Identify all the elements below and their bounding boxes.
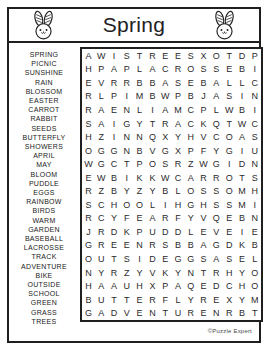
grid-cell-r19c4[interactable]: T [120, 293, 133, 307]
grid-cell-r4c3[interactable]: P [108, 90, 121, 104]
grid-cell-r13c10[interactable]: V [197, 212, 210, 226]
word-list-item: TRACK [9, 252, 79, 261]
grid-cell-r3c14[interactable]: C [248, 76, 261, 90]
grid-cell-r7c12[interactable]: O [223, 130, 236, 144]
grid-cell-r16c12[interactable]: S [223, 252, 236, 266]
word-list-item: APRIL [9, 151, 79, 160]
grid-cell-r15c5[interactable]: N [133, 239, 146, 253]
grid-cell-r13c14[interactable]: N [248, 212, 261, 226]
grid-cell-r17c10[interactable]: T [197, 266, 210, 280]
grid-cell-r15c11[interactable]: G [210, 239, 223, 253]
grid-cell-r18c3[interactable]: A [108, 279, 121, 293]
grid-cell-r3c1[interactable]: E [82, 76, 95, 90]
word-list-item: TREES [9, 317, 79, 326]
grid-cell-r16c5[interactable]: I [133, 252, 146, 266]
grid-cell-r19c14[interactable]: M [248, 293, 261, 307]
grid-cell-r8c12[interactable]: G [223, 144, 236, 158]
grid-cell-r8c11[interactable]: Y [210, 144, 223, 158]
grid-cell-r1c1[interactable]: A [82, 49, 95, 63]
grid-cell-r5c12[interactable]: W [223, 103, 236, 117]
grid-cell-r19c7[interactable]: F [159, 293, 172, 307]
grid-cell-r10c10[interactable]: R [197, 171, 210, 185]
grid-cell-r14c6[interactable]: U [146, 225, 159, 239]
grid-cell-r11c5[interactable]: Z [133, 184, 146, 198]
grid-cell-r14c8[interactable]: D [172, 225, 185, 239]
grid-cell-r12c13[interactable]: M [236, 198, 249, 212]
grid-cell-r15c9[interactable]: B [184, 239, 197, 253]
grid-cell-r20c4[interactable]: V [120, 306, 133, 320]
grid-cell-r19c5[interactable]: E [133, 293, 146, 307]
grid-cell-r3c2[interactable]: V [95, 76, 108, 90]
word-list-item: BIRDS [9, 206, 79, 215]
grid-cell-r11c6[interactable]: Y [146, 184, 159, 198]
grid-cell-r8c13[interactable]: I [236, 144, 249, 158]
grid-cell-r8c5[interactable]: B [133, 144, 146, 158]
grid-cell-r5c9[interactable]: C [184, 103, 197, 117]
grid-cell-r12c12[interactable]: S [223, 198, 236, 212]
grid-cell-r6c10[interactable]: K [197, 117, 210, 131]
grid-cell-r20c12[interactable]: R [223, 306, 236, 320]
grid-cell-r2c8[interactable]: R [172, 63, 185, 77]
grid-cell-r12c14[interactable]: I [248, 198, 261, 212]
grid-cell-r10c3[interactable]: B [108, 171, 121, 185]
grid-cell-r4c13[interactable]: I [236, 90, 249, 104]
grid-cell-r7c10[interactable]: V [197, 130, 210, 144]
grid-cell-r4c2[interactable]: L [95, 90, 108, 104]
grid-cell-r14c14[interactable]: E [248, 225, 261, 239]
grid-cell-r2c2[interactable]: P [95, 63, 108, 77]
grid-cell-r4c10[interactable]: J [197, 90, 210, 104]
bunny-icon [29, 10, 58, 41]
grid-cell-r19c12[interactable]: X [223, 293, 236, 307]
grid-cell-r20c3[interactable]: D [108, 306, 121, 320]
grid-cell-r10c5[interactable]: K [133, 171, 146, 185]
grid-cell-r10c13[interactable]: T [236, 171, 249, 185]
grid-cell-r11c11[interactable]: S [210, 184, 223, 198]
grid-cell-r20c10[interactable]: E [197, 306, 210, 320]
grid-cell-r20c2[interactable]: A [95, 306, 108, 320]
grid-cell-r17c5[interactable]: Y [133, 266, 146, 280]
grid-cell-r11c9[interactable]: O [184, 184, 197, 198]
grid-cell-r10c11[interactable]: R [210, 171, 223, 185]
grid-cell-r1c8[interactable]: E [172, 49, 185, 63]
grid-cell-r19c1[interactable]: B [82, 293, 95, 307]
grid-cell-r17c12[interactable]: H [223, 266, 236, 280]
grid-cell-r13c13[interactable]: B [236, 212, 249, 226]
grid-cell-r18c4[interactable]: U [120, 279, 133, 293]
grid-cell-r1c4[interactable]: S [120, 49, 133, 63]
grid-cell-r18c12[interactable]: C [223, 279, 236, 293]
grid-cell-r16c4[interactable]: S [120, 252, 133, 266]
grid-cell-r4c8[interactable]: P [172, 90, 185, 104]
grid-cell-r4c6[interactable]: B [146, 90, 159, 104]
grid-cell-r15c14[interactable]: B [248, 239, 261, 253]
grid-cell-r2c14[interactable]: I [248, 63, 261, 77]
grid-cell-r8c8[interactable]: X [172, 144, 185, 158]
word-list-item: MAY [9, 160, 79, 169]
grid-cell-r19c6[interactable]: R [146, 293, 159, 307]
grid-cell-r3c4[interactable]: R [120, 76, 133, 90]
grid-cell-r14c7[interactable]: D [159, 225, 172, 239]
grid-cell-r2c11[interactable]: S [210, 63, 223, 77]
grid-cell-r3c13[interactable]: L [236, 76, 249, 90]
grid-cell-r9c14[interactable]: N [248, 157, 261, 171]
grid-cell-r19c2[interactable]: U [95, 293, 108, 307]
grid-cell-r12c6[interactable]: L [146, 198, 159, 212]
grid-cell-r18c5[interactable]: H [133, 279, 146, 293]
grid-cell-r1c10[interactable]: X [197, 49, 210, 63]
grid-cell-r11c13[interactable]: M [236, 184, 249, 198]
grid-cell-r11c7[interactable]: B [159, 184, 172, 198]
grid-cell-r4c4[interactable]: I [120, 90, 133, 104]
grid-cell-r12c5[interactable]: O [133, 198, 146, 212]
grid-cell-r11c3[interactable]: B [108, 184, 121, 198]
grid-cell-r18c10[interactable]: E [197, 279, 210, 293]
grid-cell-r13c6[interactable]: A [146, 212, 159, 226]
grid-cell-r20c5[interactable]: E [133, 306, 146, 320]
grid-cell-r13c8[interactable]: F [172, 212, 185, 226]
grid-cell-r10c6[interactable]: K [146, 171, 159, 185]
grid-cell-r4c12[interactable]: S [223, 90, 236, 104]
grid-cell-r16c10[interactable]: S [197, 252, 210, 266]
grid-cell-r17c3[interactable]: R [108, 266, 121, 280]
grid-cell-r18c9[interactable]: Q [184, 279, 197, 293]
grid-cell-r9c2[interactable]: G [95, 157, 108, 171]
word-list-item: RABBIT [9, 114, 79, 123]
grid-cell-r5c14[interactable]: I [248, 103, 261, 117]
grid-cell-r5c2[interactable]: A [95, 103, 108, 117]
grid-cell-r7c9[interactable]: H [184, 130, 197, 144]
grid-cell-r14c3[interactable]: D [108, 225, 121, 239]
grid-cell-r3c8[interactable]: S [172, 76, 185, 90]
grid-cell-r16c7[interactable]: E [159, 252, 172, 266]
grid-cell-r14c1[interactable]: J [82, 225, 95, 239]
grid-cell-r18c6[interactable]: X [146, 279, 159, 293]
grid-cell-r4c7[interactable]: W [159, 90, 172, 104]
grid-cell-r1c7[interactable]: E [159, 49, 172, 63]
grid-cell-r3c9[interactable]: E [184, 76, 197, 90]
grid-cell-r2c1[interactable]: H [82, 63, 95, 77]
grid-cell-r6c7[interactable]: R [159, 117, 172, 131]
grid-cell-r10c9[interactable]: A [184, 171, 197, 185]
grid-cell-r2c9[interactable]: O [184, 63, 197, 77]
grid-cell-r15c6[interactable]: R [146, 239, 159, 253]
grid-cell-r7c3[interactable]: I [108, 130, 121, 144]
grid-cell-r5c7[interactable]: A [159, 103, 172, 117]
grid-cell-r20c7[interactable]: T [159, 306, 172, 320]
word-list-item: EASTER [9, 96, 79, 105]
grid-cell-r14c2[interactable]: R [95, 225, 108, 239]
grid-cell-r13c9[interactable]: Y [184, 212, 197, 226]
grid-cell-r7c14[interactable]: S [248, 130, 261, 144]
grid-cell-r16c6[interactable]: D [146, 252, 159, 266]
grid-cell-r8c10[interactable]: F [197, 144, 210, 158]
grid-cell-r6c11[interactable]: Q [210, 117, 223, 131]
grid-cell-r10c14[interactable]: S [248, 171, 261, 185]
grid-cell-r1c3[interactable]: I [108, 49, 121, 63]
grid-cell-r9c7[interactable]: S [159, 157, 172, 171]
grid-cell-r5c13[interactable]: B [236, 103, 249, 117]
grid-cell-r12c9[interactable]: G [184, 198, 197, 212]
word-list-item: ADVENTURE [9, 262, 79, 271]
grid-cell-r20c11[interactable]: N [210, 306, 223, 320]
grid-cell-r8c3[interactable]: G [108, 144, 121, 158]
grid-cell-r20c6[interactable]: N [146, 306, 159, 320]
grid-cell-r9c11[interactable]: G [210, 157, 223, 171]
grid-cell-r4c11[interactable]: A [210, 90, 223, 104]
grid-cell-r4c5[interactable]: M [133, 90, 146, 104]
grid-cell-r16c8[interactable]: G [172, 252, 185, 266]
grid-cell-r19c8[interactable]: L [172, 293, 185, 307]
grid-cell-r17c2[interactable]: Y [95, 266, 108, 280]
grid-cell-r3c5[interactable]: B [133, 76, 146, 90]
grid-cell-r9c9[interactable]: Z [184, 157, 197, 171]
grid-cell-r10c4[interactable]: I [120, 171, 133, 185]
grid-cell-r7c6[interactable]: Q [146, 130, 159, 144]
grid-cell-r3c12[interactable]: L [223, 76, 236, 90]
grid-cell-r13c3[interactable]: Y [108, 212, 121, 226]
grid-cell-r2c12[interactable]: E [223, 63, 236, 77]
grid-cell-r19c11[interactable]: E [210, 293, 223, 307]
grid-cell-r7c8[interactable]: Y [172, 130, 185, 144]
grid-cell-r6c4[interactable]: G [120, 117, 133, 131]
grid-cell-r5c5[interactable]: L [133, 103, 146, 117]
grid-cell-r2c4[interactable]: P [120, 63, 133, 77]
grid-cell-r17c13[interactable]: Y [236, 266, 249, 280]
grid-cell-r18c1[interactable]: H [82, 279, 95, 293]
grid-cell-r6c14[interactable]: C [248, 117, 261, 131]
word-list-item: EGGS [9, 188, 79, 197]
grid-cell-r14c11[interactable]: V [210, 225, 223, 239]
grid-cell-r19c10[interactable]: R [197, 293, 210, 307]
grid-cell-r14c9[interactable]: L [184, 225, 197, 239]
grid-cell-r6c1[interactable]: S [82, 117, 95, 131]
grid-cell-r16c13[interactable]: E [236, 252, 249, 266]
grid-cell-r1c2[interactable]: W [95, 49, 108, 63]
grid-cell-r16c9[interactable]: G [184, 252, 197, 266]
grid-cell-r9c4[interactable]: T [120, 157, 133, 171]
grid-cell-r6c2[interactable]: A [95, 117, 108, 131]
grid-cell-r8c2[interactable]: G [95, 144, 108, 158]
grid-cell-r1c14[interactable]: P [248, 49, 261, 63]
word-list-item: SHOWERS [9, 142, 79, 151]
grid-cell-r9c13[interactable]: D [236, 157, 249, 171]
grid-cell-r15c3[interactable]: E [108, 239, 121, 253]
grid-cell-r14c12[interactable]: E [223, 225, 236, 239]
grid-cell-r8c4[interactable]: N [120, 144, 133, 158]
grid-cell-r17c8[interactable]: Y [172, 266, 185, 280]
grid-cell-r17c7[interactable]: K [159, 266, 172, 280]
grid-cell-r2c7[interactable]: C [159, 63, 172, 77]
word-list-item: LACROSSE [9, 243, 79, 252]
grid-cell-r11c8[interactable]: L [172, 184, 185, 198]
grid-cell-r11c1[interactable]: R [82, 184, 95, 198]
grid-cell-r9c3[interactable]: C [108, 157, 121, 171]
grid-cell-r9c12[interactable]: I [223, 157, 236, 171]
grid-cell-r15c12[interactable]: D [223, 239, 236, 253]
grid-cell-r7c4[interactable]: N [120, 130, 133, 144]
grid-cell-r13c5[interactable]: E [133, 212, 146, 226]
grid-cell-r11c12[interactable]: O [223, 184, 236, 198]
grid-cell-r18c14[interactable]: O [248, 279, 261, 293]
grid-cell-r18c13[interactable]: H [236, 279, 249, 293]
grid-cell-r16c3[interactable]: T [108, 252, 121, 266]
grid-cell-r18c8[interactable]: A [172, 279, 185, 293]
grid-cell-r12c7[interactable]: I [159, 198, 172, 212]
grid-cell-r15c13[interactable]: K [236, 239, 249, 253]
grid-cell-r10c12[interactable]: O [223, 171, 236, 185]
word-list-item: OUTSIDE [9, 280, 79, 289]
grid-cell-r15c8[interactable]: B [172, 239, 185, 253]
word-list-item: CARROT [9, 105, 79, 114]
grid-cell-r14c10[interactable]: E [197, 225, 210, 239]
grid-cell-r17c14[interactable]: O [248, 266, 261, 280]
grid-cell-r13c4[interactable]: F [120, 212, 133, 226]
grid-cell-r1c12[interactable]: T [223, 49, 236, 63]
grid-cell-r12c11[interactable]: S [210, 198, 223, 212]
grid-cell-r7c1[interactable]: H [82, 130, 95, 144]
word-list-item: SUNSHINE [9, 68, 79, 77]
grid-cell-r3c7[interactable]: A [159, 76, 172, 90]
grid-cell-r2c6[interactable]: A [146, 63, 159, 77]
grid-cell-r13c1[interactable]: R [82, 212, 95, 226]
grid-cell-r17c6[interactable]: V [146, 266, 159, 280]
grid-cell-r19c3[interactable]: T [108, 293, 121, 307]
grid-cell-r17c1[interactable]: N [82, 266, 95, 280]
grid-cell-r6c13[interactable]: W [236, 117, 249, 131]
grid-cell-r1c9[interactable]: S [184, 49, 197, 63]
grid-cell-r19c9[interactable]: Y [184, 293, 197, 307]
grid-cell-r12c10[interactable]: H [197, 198, 210, 212]
grid-cell-r15c2[interactable]: R [95, 239, 108, 253]
grid-cell-r3c3[interactable]: R [108, 76, 121, 90]
grid-cell-r9c1[interactable]: W [82, 157, 95, 171]
word-list-item: BUTTERFLY [9, 133, 79, 142]
grid-cell-r10c1[interactable]: E [82, 171, 95, 185]
grid-cell-r8c9[interactable]: P [184, 144, 197, 158]
grid-cell-r2c13[interactable]: B [236, 63, 249, 77]
grid-cell-r2c3[interactable]: A [108, 63, 121, 77]
grid-cell-r18c7[interactable]: P [159, 279, 172, 293]
puzzle-header: Spring [9, 9, 259, 43]
grid-cell-r17c9[interactable]: N [184, 266, 197, 280]
grid-cell-r4c9[interactable]: B [184, 90, 197, 104]
grid-cell-r20c9[interactable]: R [184, 306, 197, 320]
grid-cell-r15c7[interactable]: S [159, 239, 172, 253]
grid-cell-r13c12[interactable]: E [223, 212, 236, 226]
grid-cell-r3c10[interactable]: B [197, 76, 210, 90]
grid-cell-r9c6[interactable]: O [146, 157, 159, 171]
grid-cell-r15c4[interactable]: E [120, 239, 133, 253]
grid-cell-r9c5[interactable]: P [133, 157, 146, 171]
grid-cell-r9c10[interactable]: W [197, 157, 210, 171]
grid-cell-r16c14[interactable]: L [248, 252, 261, 266]
grid-cell-r7c2[interactable]: Z [95, 130, 108, 144]
grid-cell-r15c10[interactable]: A [197, 239, 210, 253]
grid-cell-r1c6[interactable]: R [146, 49, 159, 63]
grid-cell-r3c11[interactable]: A [210, 76, 223, 90]
grid-cell-r6c5[interactable]: Y [133, 117, 146, 131]
grid-cell-r4c14[interactable]: N [248, 90, 261, 104]
grid-cell-r5c11[interactable]: L [210, 103, 223, 117]
grid-cell-r1c11[interactable]: O [210, 49, 223, 63]
grid-cell-r10c2[interactable]: W [95, 171, 108, 185]
grid-cell-r8c14[interactable]: U [248, 144, 261, 158]
grid-cell-r15c1[interactable]: G [82, 239, 95, 253]
grid-cell-r12c4[interactable]: O [120, 198, 133, 212]
grid-cell-r6c9[interactable]: C [184, 117, 197, 131]
grid-cell-r10c8[interactable]: C [172, 171, 185, 185]
grid-cell-r6c3[interactable]: I [108, 117, 121, 131]
grid-cell-r14c5[interactable]: P [133, 225, 146, 239]
grid-cell-r4c1[interactable]: R [82, 90, 95, 104]
grid-cell-r16c2[interactable]: U [95, 252, 108, 266]
grid-cell-r12c8[interactable]: H [172, 198, 185, 212]
grid-cell-r17c11[interactable]: R [210, 266, 223, 280]
grid-cell-r5c6[interactable]: I [146, 103, 159, 117]
grid-cell-r11c10[interactable]: S [197, 184, 210, 198]
grid-cell-r13c7[interactable]: R [159, 212, 172, 226]
grid-cell-r13c2[interactable]: C [95, 212, 108, 226]
grid-cell-r20c1[interactable]: G [82, 306, 95, 320]
grid-cell-r1c5[interactable]: T [133, 49, 146, 63]
grid-cell-r18c11[interactable]: D [210, 279, 223, 293]
grid-cell-r9c8[interactable]: R [172, 157, 185, 171]
grid-cell-r11c2[interactable]: Z [95, 184, 108, 198]
grid-cell-r20c13[interactable]: B [236, 306, 249, 320]
grid-cell-r6c12[interactable]: T [223, 117, 236, 131]
grid-cell-r18c2[interactable]: A [95, 279, 108, 293]
grid-cell-r8c6[interactable]: V [146, 144, 159, 158]
puzzle-page-frame: Spring SPRINGPICNICSUNSHINERAINBLOSSOMEA… [7, 7, 261, 343]
grid-cell-r5c8[interactable]: M [172, 103, 185, 117]
grid-cell-r12c3[interactable]: H [108, 198, 121, 212]
grid-cell-r2c10[interactable]: S [197, 63, 210, 77]
grid-cell-r2c5[interactable]: L [133, 63, 146, 77]
grid-cell-r14c4[interactable]: K [120, 225, 133, 239]
grid-cell-r7c13[interactable]: A [236, 130, 249, 144]
grid-cell-r16c1[interactable]: O [82, 252, 95, 266]
grid-cell-r6c6[interactable]: T [146, 117, 159, 131]
grid-cell-r17c4[interactable]: Z [120, 266, 133, 280]
grid-cell-r13c11[interactable]: Q [210, 212, 223, 226]
word-list-item: WARM [9, 216, 79, 225]
grid-cell-r11c14[interactable]: H [248, 184, 261, 198]
grid-cell-r5c1[interactable]: R [82, 103, 95, 117]
grid-cell-r16c11[interactable]: A [210, 252, 223, 266]
grid-cell-r20c14[interactable]: T [248, 306, 261, 320]
grid-cell-r7c11[interactable]: C [210, 130, 223, 144]
grid-cell-r1c13[interactable]: D [236, 49, 249, 63]
word-list-item: BIKE [9, 271, 79, 280]
grid-cell-r7c7[interactable]: X [159, 130, 172, 144]
grid-cell-r20c8[interactable]: U [172, 306, 185, 320]
grid-cell-r10c7[interactable]: W [159, 171, 172, 185]
grid-cell-r19c13[interactable]: Y [236, 293, 249, 307]
grid-cell-r8c1[interactable]: O [82, 144, 95, 158]
grid-cell-r3c6[interactable]: B [146, 76, 159, 90]
grid-cell-r12c2[interactable]: C [95, 198, 108, 212]
grid-cell-r5c3[interactable]: E [108, 103, 121, 117]
grid-cell-r8c7[interactable]: G [159, 144, 172, 158]
grid-cell-r5c4[interactable]: N [120, 103, 133, 117]
grid-cell-r11c4[interactable]: Y [120, 184, 133, 198]
grid-cell-r12c1[interactable]: S [82, 198, 95, 212]
grid-cell-r14c13[interactable]: I [236, 225, 249, 239]
grid-cell-r7c5[interactable]: N [133, 130, 146, 144]
grid-cell-r5c10[interactable]: P [197, 103, 210, 117]
grid-cell-r6c8[interactable]: A [172, 117, 185, 131]
